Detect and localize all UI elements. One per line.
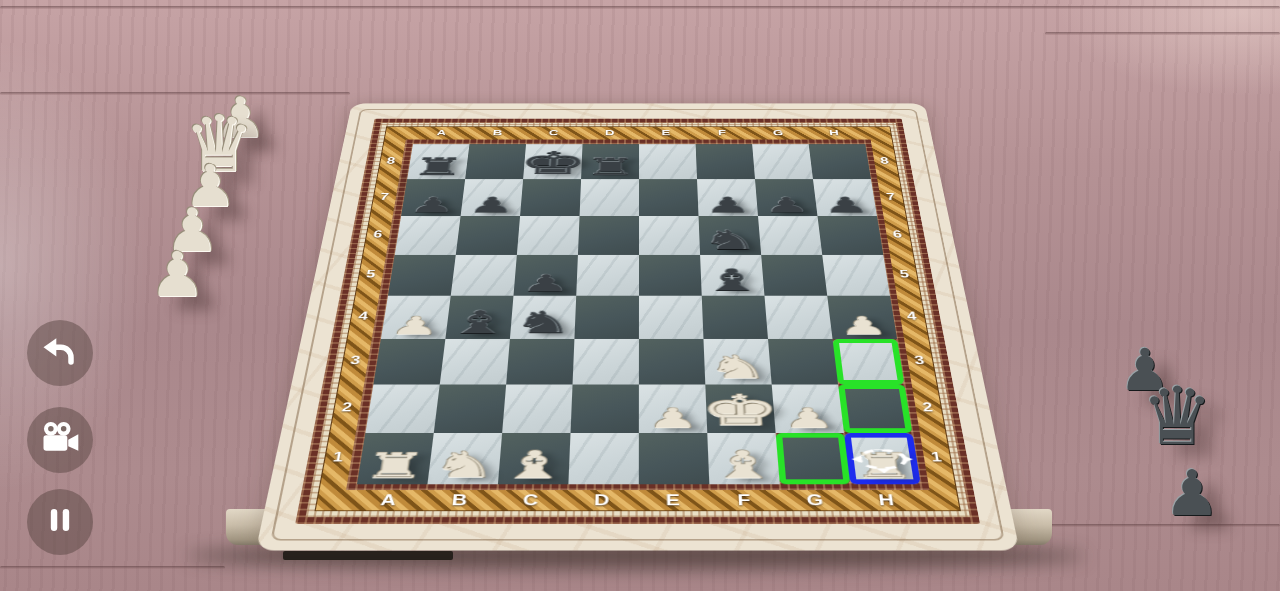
square-e1[interactable] [639, 433, 709, 484]
square-a8[interactable]: ♜ [407, 144, 469, 179]
square-d4[interactable] [574, 296, 639, 339]
square-f5[interactable]: ♝ [700, 255, 764, 296]
square-a3[interactable] [373, 339, 445, 385]
black-knight-c4[interactable]: ♞ [512, 309, 573, 338]
piece-shadow [732, 315, 870, 374]
white-king-f2[interactable]: ♚ [700, 391, 782, 432]
square-f7[interactable]: ♟ [697, 179, 758, 216]
captured-black-pawn: ♟ [1164, 464, 1220, 524]
square-d1[interactable] [568, 433, 639, 484]
white-bishop-c1[interactable]: ♝ [499, 447, 570, 483]
game-screen: ♜♚♜♟♟♟♟♟♞♟♝♟♝♞♟♞♟♚♟♜♞♝♝♜ ABCDEFGH ABCDEF… [0, 0, 1280, 591]
black-knight-f6[interactable]: ♞ [701, 228, 758, 254]
square-d8[interactable]: ♜ [581, 144, 639, 179]
square-b1[interactable]: ♞ [427, 433, 502, 484]
square-h5[interactable] [822, 255, 890, 296]
white-pawn-a4[interactable]: ♟ [389, 314, 441, 337]
square-g6[interactable] [758, 216, 822, 255]
board-frame-braid: ♜♚♜♟♟♟♟♟♞♟♝♟♝♞♟♞♟♚♟♜♞♝♝♜ [314, 126, 960, 511]
square-f4[interactable] [702, 296, 768, 339]
square-b5[interactable] [451, 255, 517, 296]
square-c6[interactable] [517, 216, 580, 255]
black-bishop-b4[interactable]: ♝ [446, 307, 512, 337]
board-frame: ♜♚♜♟♟♟♟♟♞♟♝♟♝♞♟♞♟♚♟♜♞♝♝♜ [295, 119, 980, 524]
square-f1[interactable]: ♝ [707, 433, 780, 484]
square-a2[interactable] [365, 385, 439, 433]
square-f8[interactable] [696, 144, 755, 179]
square-e8[interactable] [639, 144, 697, 179]
black-pawn-h7[interactable]: ♟ [822, 195, 870, 215]
square-g8[interactable] [752, 144, 813, 179]
board-frame-inlay: ♜♚♜♟♟♟♟♟♞♟♝♟♝♞♟♞♟♚♟♜♞♝♝♜ [306, 123, 970, 517]
white-pawn-h4[interactable]: ♟ [837, 314, 889, 337]
white-knight-f3[interactable]: ♞ [706, 353, 769, 383]
square-b2[interactable] [434, 385, 506, 433]
square-d7[interactable] [580, 179, 640, 216]
chessboard: ♜♚♜♟♟♟♟♟♞♟♝♟♝♞♟♞♟♚♟♜♞♝♝♜ ABCDEFGH ABCDEF… [256, 103, 1020, 550]
square-e4[interactable] [639, 296, 704, 339]
white-rook-h1[interactable]: ♜ [850, 450, 917, 483]
square-c3[interactable] [506, 339, 574, 385]
captured-black-queen: ♛ [1141, 379, 1213, 455]
square-h3[interactable] [833, 339, 905, 385]
square-f3[interactable]: ♞ [703, 339, 771, 385]
square-a7[interactable]: ♟ [401, 179, 465, 216]
square-g3[interactable] [768, 339, 838, 385]
square-c1[interactable]: ♝ [498, 433, 571, 484]
square-g5[interactable] [761, 255, 827, 296]
square-a1[interactable]: ♜ [357, 433, 434, 484]
square-a4[interactable]: ♟ [381, 296, 451, 339]
square-c5[interactable]: ♟ [513, 255, 577, 296]
square-a5[interactable] [388, 255, 456, 296]
square-h1[interactable]: ♜ [844, 433, 921, 484]
square-e2[interactable]: ♟ [639, 385, 707, 433]
square-b4[interactable]: ♝ [445, 296, 513, 339]
square-e6[interactable] [639, 216, 700, 255]
black-rook-a8[interactable]: ♜ [410, 156, 465, 178]
square-d6[interactable] [578, 216, 639, 255]
camera-button[interactable] [27, 407, 93, 473]
square-h4[interactable]: ♟ [827, 296, 897, 339]
square-d2[interactable] [571, 385, 639, 433]
square-h2[interactable] [838, 385, 912, 433]
white-rook-a1[interactable]: ♜ [361, 450, 428, 483]
white-pawn-g2[interactable]: ♟ [782, 405, 836, 431]
square-b7[interactable]: ♟ [461, 179, 524, 216]
square-c4[interactable]: ♞ [510, 296, 576, 339]
square-e7[interactable] [639, 179, 698, 216]
undo-arrow-icon [38, 329, 82, 377]
pause-button[interactable] [27, 489, 93, 555]
square-g7[interactable]: ♟ [755, 179, 817, 216]
black-pawn-c5[interactable]: ♟ [521, 272, 569, 294]
square-f2[interactable]: ♚ [705, 385, 775, 433]
square-b6[interactable] [456, 216, 520, 255]
black-pawn-b7[interactable]: ♟ [468, 195, 515, 215]
square-a6[interactable] [395, 216, 461, 255]
board-frame-inner: ♜♚♜♟♟♟♟♟♞♟♝♟♝♞♟♞♟♚♟♜♞♝♝♜ [346, 140, 929, 491]
black-rook-d8[interactable]: ♜ [584, 156, 636, 178]
black-pawn-f7[interactable]: ♟ [705, 195, 751, 215]
black-pawn-a7[interactable]: ♟ [409, 195, 457, 215]
black-king-c8[interactable]: ♚ [518, 149, 587, 178]
square-c2[interactable] [502, 385, 572, 433]
video-camera-icon [38, 416, 82, 464]
square-c8[interactable]: ♚ [523, 144, 582, 179]
captured-white-pawn: ♟ [149, 246, 205, 305]
square-h6[interactable] [817, 216, 883, 255]
white-bishop-f1[interactable]: ♝ [708, 447, 779, 483]
square-b3[interactable] [440, 339, 510, 385]
square-g2[interactable]: ♟ [772, 385, 844, 433]
square-d3[interactable] [573, 339, 639, 385]
square-d5[interactable] [576, 255, 639, 296]
black-bishop-f5[interactable]: ♝ [701, 266, 764, 295]
square-g1[interactable] [776, 433, 851, 484]
square-b8[interactable] [465, 144, 526, 179]
square-c7[interactable] [520, 179, 581, 216]
square-f6[interactable]: ♞ [699, 216, 762, 255]
white-pawn-e2[interactable]: ♟ [647, 405, 699, 431]
square-h8[interactable] [809, 144, 871, 179]
black-pawn-g7[interactable]: ♟ [763, 195, 810, 215]
white-knight-b1[interactable]: ♞ [430, 449, 498, 483]
square-e5[interactable] [639, 255, 702, 296]
undo-button[interactable] [27, 320, 93, 386]
square-e3[interactable] [639, 339, 705, 385]
pause-icon [38, 498, 82, 546]
square-g4[interactable] [764, 296, 832, 339]
square-h7[interactable]: ♟ [813, 179, 877, 216]
